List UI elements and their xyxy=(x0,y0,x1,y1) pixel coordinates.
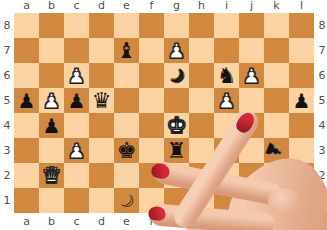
square-h3[interactable] xyxy=(189,138,214,163)
file-label-top-e: e xyxy=(114,0,139,12)
file-label-bottom-j: j xyxy=(239,216,264,228)
file-label-bottom-e: e xyxy=(114,216,139,228)
square-i3[interactable] xyxy=(214,138,239,163)
rank-label-left-1: 1 xyxy=(1,188,13,213)
rank-label-right-8: 8 xyxy=(316,13,327,38)
piece-black-bishop-e7[interactable]: ♝ xyxy=(114,38,139,63)
piece-white-pawn-c3[interactable]: ♟ xyxy=(64,138,89,163)
square-e6[interactable] xyxy=(114,63,139,88)
square-h2[interactable] xyxy=(189,163,214,188)
square-i7[interactable] xyxy=(214,38,239,63)
file-label-bottom-b: b xyxy=(39,216,64,228)
square-a6[interactable] xyxy=(14,63,39,88)
piece-black-rook-g3[interactable]: ♜ xyxy=(164,138,189,163)
square-h7[interactable] xyxy=(189,38,214,63)
square-a8[interactable] xyxy=(14,13,39,38)
square-k2[interactable] xyxy=(264,163,289,188)
file-label-bottom-h: h xyxy=(189,216,214,228)
square-i1[interactable] xyxy=(214,188,239,213)
rank-label-right-4: 4 xyxy=(316,113,327,138)
file-label-top-b: b xyxy=(39,0,64,12)
piece-black-pawn-a5[interactable]: ♟ xyxy=(14,88,39,113)
file-label-bottom-i: i xyxy=(214,216,239,228)
square-k8[interactable] xyxy=(264,13,289,38)
square-c8[interactable] xyxy=(64,13,89,38)
rank-label-right-1: 1 xyxy=(316,188,327,213)
file-label-bottom-d: d xyxy=(89,216,114,228)
square-c7[interactable] xyxy=(64,38,89,63)
square-g1[interactable] xyxy=(164,188,189,213)
file-label-top-c: c xyxy=(64,0,89,12)
square-f2[interactable] xyxy=(139,163,164,188)
square-k7[interactable] xyxy=(264,38,289,63)
square-j8[interactable] xyxy=(239,13,264,38)
square-l2[interactable] xyxy=(289,163,314,188)
square-i2[interactable] xyxy=(214,163,239,188)
square-a7[interactable] xyxy=(14,38,39,63)
piece-white-king-g4[interactable]: ♚ xyxy=(164,113,189,138)
square-h4[interactable] xyxy=(189,113,214,138)
square-e5[interactable] xyxy=(114,88,139,113)
rank-label-right-3: 3 xyxy=(316,138,327,163)
square-l1[interactable] xyxy=(289,188,314,213)
rank-label-right-6: 6 xyxy=(316,63,327,88)
square-j5[interactable] xyxy=(239,88,264,113)
rank-label-left-4: 4 xyxy=(1,113,13,138)
piece-white-pawn-b5[interactable]: ♟ xyxy=(39,88,64,113)
square-g8[interactable] xyxy=(164,13,189,38)
file-label-bottom-g: g xyxy=(164,216,189,228)
file-label-top-i: i xyxy=(214,0,239,12)
square-b3[interactable] xyxy=(39,138,64,163)
piece-white-queen-b2[interactable]: ♛ xyxy=(39,163,64,188)
rank-label-left-2: 2 xyxy=(1,163,13,188)
square-h6[interactable] xyxy=(189,63,214,88)
square-a1[interactable] xyxy=(14,188,39,213)
file-label-bottom-k: k xyxy=(264,216,289,228)
square-d2[interactable] xyxy=(89,163,114,188)
piece-black-pawn-b4[interactable]: ♟ xyxy=(39,113,64,138)
square-i8[interactable] xyxy=(214,13,239,38)
square-f7[interactable] xyxy=(139,38,164,63)
square-d6[interactable] xyxy=(89,63,114,88)
file-label-top-l: l xyxy=(289,0,314,12)
square-b7[interactable] xyxy=(39,38,64,63)
square-e4[interactable] xyxy=(114,113,139,138)
square-c4[interactable] xyxy=(64,113,89,138)
square-j2[interactable] xyxy=(239,163,264,188)
piece-black-king-e3[interactable]: ♚ xyxy=(114,138,139,163)
file-label-top-k: k xyxy=(264,0,289,12)
square-f3[interactable] xyxy=(139,138,164,163)
square-l7[interactable] xyxy=(289,38,314,63)
square-d7[interactable] xyxy=(89,38,114,63)
square-i4[interactable] xyxy=(214,113,239,138)
rank-label-left-6: 6 xyxy=(1,63,13,88)
square-j1[interactable] xyxy=(239,188,264,213)
square-a3[interactable] xyxy=(14,138,39,163)
square-e8[interactable] xyxy=(114,13,139,38)
square-b8[interactable] xyxy=(39,13,64,38)
file-label-bottom-f: f xyxy=(139,216,164,228)
square-j7[interactable] xyxy=(239,38,264,63)
rank-label-left-5: 5 xyxy=(1,88,13,113)
square-b1[interactable] xyxy=(39,188,64,213)
file-label-bottom-c: c xyxy=(64,216,89,228)
square-f4[interactable] xyxy=(139,113,164,138)
square-l3[interactable] xyxy=(289,138,314,163)
file-label-top-g: g xyxy=(164,0,189,12)
board-photo-stage: aabbccddeeffgghhiijjkkll8877665544332211… xyxy=(0,0,327,230)
square-f5[interactable] xyxy=(139,88,164,113)
square-k1[interactable] xyxy=(264,188,289,213)
rank-label-left-8: 8 xyxy=(1,13,13,38)
square-c2[interactable] xyxy=(64,163,89,188)
piece-black-queen-d5[interactable]: ♛ xyxy=(89,88,114,113)
file-label-top-j: j xyxy=(239,0,264,12)
rank-label-left-3: 3 xyxy=(1,138,13,163)
square-a4[interactable] xyxy=(14,113,39,138)
square-k5[interactable] xyxy=(264,88,289,113)
square-h5[interactable] xyxy=(189,88,214,113)
square-b6[interactable] xyxy=(39,63,64,88)
square-j4[interactable] xyxy=(239,113,264,138)
rank-label-left-7: 7 xyxy=(1,38,13,63)
file-label-bottom-l: l xyxy=(289,216,314,228)
square-h1[interactable] xyxy=(189,188,214,213)
square-d4[interactable] xyxy=(89,113,114,138)
piece-white-pawn-j6[interactable]: ♟ xyxy=(239,63,264,88)
square-k6[interactable] xyxy=(264,63,289,88)
square-l6[interactable] xyxy=(289,63,314,88)
square-f1[interactable] xyxy=(139,188,164,213)
rank-label-right-7: 7 xyxy=(316,38,327,63)
file-label-top-a: a xyxy=(14,0,39,12)
square-d3[interactable] xyxy=(89,138,114,163)
piece-black-pawn-l5[interactable]: ♟ xyxy=(289,88,314,113)
piece-black-pawn-c5[interactable]: ♟ xyxy=(64,88,89,113)
file-label-bottom-a: a xyxy=(14,216,39,228)
rank-label-right-5: 5 xyxy=(316,88,327,113)
square-d8[interactable] xyxy=(89,13,114,38)
square-g2[interactable] xyxy=(164,163,189,188)
square-c1[interactable] xyxy=(64,188,89,213)
rank-label-right-2: 2 xyxy=(316,163,327,188)
file-label-top-h: h xyxy=(189,0,214,12)
piece-white-pawn-c6[interactable]: ♟ xyxy=(64,63,89,88)
piece-white-pawn-i5[interactable]: ♟ xyxy=(214,88,239,113)
file-label-top-d: d xyxy=(89,0,114,12)
square-a2[interactable] xyxy=(14,163,39,188)
square-l8[interactable] xyxy=(289,13,314,38)
piece-black-knight-i6[interactable]: ♞ xyxy=(214,63,239,88)
square-f8[interactable] xyxy=(139,13,164,38)
file-label-top-f: f xyxy=(139,0,164,12)
square-h8[interactable] xyxy=(189,13,214,38)
square-l4[interactable] xyxy=(289,113,314,138)
